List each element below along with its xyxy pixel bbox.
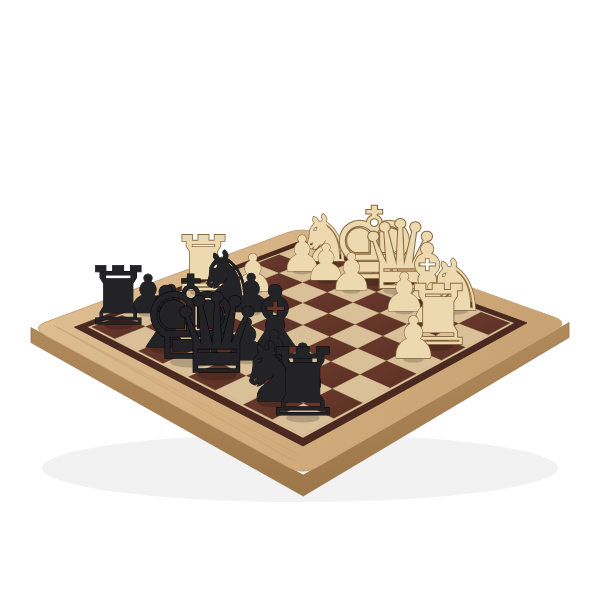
- piece-white-pawn-a4[interactable]: ♟: [388, 304, 440, 372]
- piece-black-rook-a8[interactable]: ♜: [261, 328, 345, 437]
- chess-board-render: ♞♟♚♟♛♟♟♜♝♞♞♟♟♟♟♟♜♜♝♟♝♟♟♚♟♛♟♞♜: [0, 0, 600, 600]
- piece-white-pawn-e2[interactable]: ♟: [328, 242, 374, 302]
- chess-scene: ♞♟♚♟♛♟♟♜♝♞♞♟♟♟♟♟♜♜♝♟♝♟♟♚♟♛♟♞♜: [0, 0, 600, 600]
